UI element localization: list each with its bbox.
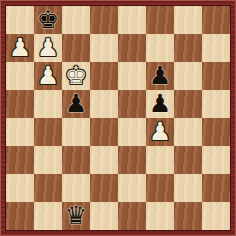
square-c4[interactable] xyxy=(62,118,90,146)
square-e3[interactable] xyxy=(118,146,146,174)
piece-white-pawn-b6[interactable]: ♟ xyxy=(37,63,59,88)
square-g2[interactable] xyxy=(174,174,202,202)
square-f6[interactable]: ♟ xyxy=(146,62,174,90)
square-a6[interactable] xyxy=(6,62,34,90)
square-a8[interactable] xyxy=(6,6,34,34)
square-f1[interactable] xyxy=(146,202,174,230)
square-c2[interactable] xyxy=(62,174,90,202)
square-f8[interactable] xyxy=(146,6,174,34)
square-a1[interactable] xyxy=(6,202,34,230)
square-c1[interactable]: ♛ xyxy=(62,202,90,230)
square-c7[interactable] xyxy=(62,34,90,62)
square-h2[interactable] xyxy=(202,174,230,202)
piece-white-king-c6[interactable]: ♚ xyxy=(65,63,87,88)
square-b6[interactable]: ♟ xyxy=(34,62,62,90)
square-f7[interactable] xyxy=(146,34,174,62)
square-e4[interactable] xyxy=(118,118,146,146)
piece-black-pawn-c5[interactable]: ♟ xyxy=(65,91,87,116)
chess-board-frame: ♚♟♟♟♚♟♟♟♟♛ xyxy=(0,0,236,236)
square-b8[interactable]: ♚ xyxy=(34,6,62,34)
square-b3[interactable] xyxy=(34,146,62,174)
chess-board: ♚♟♟♟♚♟♟♟♟♛ xyxy=(5,5,231,231)
square-e7[interactable] xyxy=(118,34,146,62)
square-b7[interactable]: ♟ xyxy=(34,34,62,62)
square-d3[interactable] xyxy=(90,146,118,174)
square-b2[interactable] xyxy=(34,174,62,202)
square-a3[interactable] xyxy=(6,146,34,174)
square-f2[interactable] xyxy=(146,174,174,202)
piece-black-pawn-f6[interactable]: ♟ xyxy=(149,63,171,88)
square-d7[interactable] xyxy=(90,34,118,62)
square-g3[interactable] xyxy=(174,146,202,174)
piece-white-pawn-b7[interactable]: ♟ xyxy=(37,35,59,60)
square-g6[interactable] xyxy=(174,62,202,90)
square-a2[interactable] xyxy=(6,174,34,202)
square-d4[interactable] xyxy=(90,118,118,146)
piece-white-pawn-a7[interactable]: ♟ xyxy=(9,35,31,60)
square-h8[interactable] xyxy=(202,6,230,34)
square-c6[interactable]: ♚ xyxy=(62,62,90,90)
square-d2[interactable] xyxy=(90,174,118,202)
square-d1[interactable] xyxy=(90,202,118,230)
square-h4[interactable] xyxy=(202,118,230,146)
piece-black-queen-c1[interactable]: ♛ xyxy=(65,203,87,228)
square-d6[interactable] xyxy=(90,62,118,90)
square-h1[interactable] xyxy=(202,202,230,230)
square-f3[interactable] xyxy=(146,146,174,174)
square-e6[interactable] xyxy=(118,62,146,90)
square-c5[interactable]: ♟ xyxy=(62,90,90,118)
piece-black-pawn-f5[interactable]: ♟ xyxy=(149,91,171,116)
square-a4[interactable] xyxy=(6,118,34,146)
square-h3[interactable] xyxy=(202,146,230,174)
square-d8[interactable] xyxy=(90,6,118,34)
square-c8[interactable] xyxy=(62,6,90,34)
square-e5[interactable] xyxy=(118,90,146,118)
square-a7[interactable]: ♟ xyxy=(6,34,34,62)
square-h6[interactable] xyxy=(202,62,230,90)
square-e8[interactable] xyxy=(118,6,146,34)
square-g5[interactable] xyxy=(174,90,202,118)
square-g4[interactable] xyxy=(174,118,202,146)
square-h5[interactable] xyxy=(202,90,230,118)
square-b4[interactable] xyxy=(34,118,62,146)
square-h7[interactable] xyxy=(202,34,230,62)
square-b1[interactable] xyxy=(34,202,62,230)
square-c3[interactable] xyxy=(62,146,90,174)
square-e2[interactable] xyxy=(118,174,146,202)
square-f4[interactable]: ♟ xyxy=(146,118,174,146)
square-g8[interactable] xyxy=(174,6,202,34)
square-f5[interactable]: ♟ xyxy=(146,90,174,118)
square-g1[interactable] xyxy=(174,202,202,230)
square-d5[interactable] xyxy=(90,90,118,118)
square-b5[interactable] xyxy=(34,90,62,118)
piece-black-king-b8[interactable]: ♚ xyxy=(37,7,59,32)
square-a5[interactable] xyxy=(6,90,34,118)
square-e1[interactable] xyxy=(118,202,146,230)
piece-white-pawn-f4[interactable]: ♟ xyxy=(149,119,171,144)
square-g7[interactable] xyxy=(174,34,202,62)
